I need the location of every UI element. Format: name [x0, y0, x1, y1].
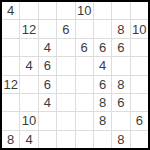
grid-cell-r7c8[interactable]: 6 [131, 112, 148, 129]
grid-cell-r1c6[interactable] [94, 2, 111, 19]
grid-cell-r5c8[interactable] [131, 76, 148, 93]
grid-cell-r4c8[interactable] [131, 57, 148, 74]
grid-cell-r3c5[interactable]: 6 [76, 39, 93, 56]
grid-cell-r4c3[interactable]: 6 [39, 57, 56, 74]
grid-cell-r5c4[interactable] [57, 76, 74, 93]
grid-cell-r6c6[interactable]: 8 [94, 94, 111, 111]
grid-cell-r2c3[interactable] [39, 20, 56, 37]
grid-cell-r7c3[interactable] [39, 112, 56, 129]
grid-cell-r4c1[interactable] [2, 57, 19, 74]
grid-cell-r2c5[interactable] [76, 20, 93, 37]
grid-cell-r8c5[interactable] [76, 131, 93, 148]
grid-cell-r4c7[interactable] [112, 57, 129, 74]
grid-cell-r8c4[interactable] [57, 131, 74, 148]
grid-cell-r6c3[interactable]: 4 [39, 94, 56, 111]
grid-cell-r2c8[interactable]: 10 [131, 20, 148, 37]
grid-cell-r2c4[interactable]: 6 [57, 20, 74, 37]
grid-cell-r2c6[interactable] [94, 20, 111, 37]
grid-cell-r6c8[interactable] [131, 94, 148, 111]
grid-cell-r5c6[interactable]: 6 [94, 76, 111, 93]
grid-cell-r5c5[interactable] [76, 76, 93, 93]
grid-cell-r7c5[interactable] [76, 112, 93, 129]
grid-cell-r8c7[interactable]: 8 [112, 131, 129, 148]
grid-cell-r1c4[interactable] [57, 2, 74, 19]
grid-cell-r3c1[interactable] [2, 39, 19, 56]
grid-cell-r7c1[interactable] [2, 112, 19, 129]
grid-cell-r1c2[interactable] [20, 2, 37, 19]
grid-cell-r8c6[interactable] [94, 131, 111, 148]
grid-cell-r7c2[interactable]: 10 [20, 112, 37, 129]
grid-cell-r6c4[interactable] [57, 94, 74, 111]
grid-cell-r7c7[interactable] [112, 112, 129, 129]
grid-cell-r5c1[interactable]: 12 [2, 76, 19, 93]
grid-cell-r2c7[interactable]: 8 [112, 20, 129, 37]
grid-cell-r4c2[interactable]: 4 [20, 57, 37, 74]
grid-cell-r3c7[interactable]: 6 [112, 39, 129, 56]
grid-cell-r4c6[interactable]: 4 [94, 57, 111, 74]
grid-cell-r8c3[interactable] [39, 131, 56, 148]
grid-cell-r4c5[interactable] [76, 57, 93, 74]
grid-cell-r8c1[interactable]: 8 [2, 131, 19, 148]
grid-cell-r6c7[interactable]: 6 [112, 94, 129, 111]
grid-cell-r3c8[interactable] [131, 39, 148, 56]
grid-cell-r8c2[interactable]: 4 [20, 131, 37, 148]
grid-cell-r6c5[interactable] [76, 94, 93, 111]
grid-cell-r6c2[interactable] [20, 94, 37, 111]
grid-cell-r5c3[interactable]: 6 [39, 76, 56, 93]
grid-cell-r7c6[interactable]: 8 [94, 112, 111, 129]
grid-cell-r1c3[interactable] [39, 2, 56, 19]
puzzle-board: 4101268104666464126684861086848 [0, 0, 150, 150]
grid-cell-r2c1[interactable] [2, 20, 19, 37]
grid-cell-r5c2[interactable] [20, 76, 37, 93]
grid-cell-r8c8[interactable] [131, 131, 148, 148]
grid-cell-r1c1[interactable]: 4 [2, 2, 19, 19]
grid-cell-r6c1[interactable] [2, 94, 19, 111]
grid-cell-r2c2[interactable]: 12 [20, 20, 37, 37]
grid-cell-r3c4[interactable] [57, 39, 74, 56]
grid-cell-r3c6[interactable]: 6 [94, 39, 111, 56]
grid-cell-r4c4[interactable] [57, 57, 74, 74]
grid-cell-r1c8[interactable] [131, 2, 148, 19]
grid-cell-r1c7[interactable] [112, 2, 129, 19]
grid-cell-r5c7[interactable]: 8 [112, 76, 129, 93]
grid-cell-r7c4[interactable] [57, 112, 74, 129]
grid-cell-r1c5[interactable]: 10 [76, 2, 93, 19]
grid-cell-r3c3[interactable]: 4 [39, 39, 56, 56]
grid-cell-r3c2[interactable] [20, 39, 37, 56]
